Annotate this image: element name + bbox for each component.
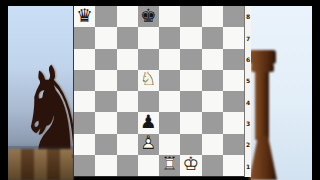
square-b5[interactable] (95, 70, 116, 91)
rank-coordinates: 87654321 (244, 6, 251, 177)
square-e3[interactable] (159, 112, 180, 133)
square-a5[interactable] (74, 70, 95, 91)
square-b4[interactable] (95, 91, 116, 112)
square-a1[interactable] (74, 155, 95, 176)
square-e4[interactable] (159, 91, 180, 112)
square-b2[interactable] (95, 134, 116, 155)
square-b3[interactable] (95, 112, 116, 133)
rank-label-3: 3 (245, 113, 251, 134)
square-e7[interactable] (159, 27, 180, 48)
square-a4[interactable] (74, 91, 95, 112)
square-c3[interactable] (117, 112, 138, 133)
square-d4[interactable] (138, 91, 159, 112)
letterbox-top (0, 0, 320, 6)
black-queen[interactable]: ♛ (74, 6, 95, 27)
square-a7[interactable] (74, 27, 95, 48)
square-c5[interactable] (117, 70, 138, 91)
rank-label-8: 8 (245, 6, 251, 27)
square-h5[interactable] (223, 70, 244, 91)
square-g8[interactable] (202, 6, 223, 27)
square-c6[interactable] (117, 49, 138, 70)
square-f4[interactable] (180, 91, 201, 112)
white-pawn[interactable]: ♟♙ (138, 134, 159, 155)
video-frame: ♞ ♛♚♞♘♟♟♙♜♖♚♔ 87654321 (0, 0, 320, 180)
square-d1[interactable] (138, 155, 159, 176)
square-d7[interactable] (138, 27, 159, 48)
square-g5[interactable] (202, 70, 223, 91)
letterbox-right (312, 0, 320, 180)
square-h1[interactable] (223, 155, 244, 176)
square-f7[interactable] (180, 27, 201, 48)
square-g2[interactable] (202, 134, 223, 155)
square-b6[interactable] (95, 49, 116, 70)
rook-statue-base (249, 136, 277, 180)
rook-statue (251, 6, 312, 180)
square-d2[interactable]: ♟♙ (138, 134, 159, 155)
square-c7[interactable] (117, 27, 138, 48)
rank-label-6: 6 (245, 49, 251, 70)
square-d8[interactable]: ♚ (138, 6, 159, 27)
square-h6[interactable] (223, 49, 244, 70)
square-e8[interactable] (159, 6, 180, 27)
rank-label-4: 4 (245, 92, 251, 113)
square-a6[interactable] (74, 49, 95, 70)
square-f8[interactable] (180, 6, 201, 27)
wooden-board-shadow (8, 146, 73, 180)
rank-label-7: 7 (245, 27, 251, 48)
square-h8[interactable] (223, 6, 244, 27)
black-pawn[interactable]: ♟ (138, 112, 159, 133)
square-h7[interactable] (223, 27, 244, 48)
square-g1[interactable] (202, 155, 223, 176)
square-c2[interactable] (117, 134, 138, 155)
rank-label-5: 5 (245, 70, 251, 91)
square-c4[interactable] (117, 91, 138, 112)
square-g7[interactable] (202, 27, 223, 48)
square-f6[interactable] (180, 49, 201, 70)
rook-statue-head (249, 50, 276, 64)
rank-label-2: 2 (245, 134, 251, 155)
square-g4[interactable] (202, 91, 223, 112)
photo-backdrop-left: ♞ (8, 6, 73, 180)
square-f5[interactable] (180, 70, 201, 91)
letterbox-left (0, 0, 8, 180)
square-d3[interactable]: ♟ (138, 112, 159, 133)
square-b7[interactable] (95, 27, 116, 48)
square-f2[interactable] (180, 134, 201, 155)
square-c1[interactable] (117, 155, 138, 176)
rook-statue-collar (251, 64, 274, 72)
rank-label-1: 1 (245, 156, 251, 177)
square-e1[interactable]: ♜♖ (159, 155, 180, 176)
square-g6[interactable] (202, 49, 223, 70)
square-d5[interactable]: ♞♘ (138, 70, 159, 91)
square-b1[interactable] (95, 155, 116, 176)
square-f3[interactable] (180, 112, 201, 133)
square-a8[interactable]: ♛ (74, 6, 95, 27)
square-a3[interactable] (74, 112, 95, 133)
square-d6[interactable] (138, 49, 159, 70)
square-a2[interactable] (74, 134, 95, 155)
white-knight[interactable]: ♞♘ (138, 70, 159, 91)
black-king[interactable]: ♚ (138, 6, 159, 27)
rook-statue-neck (255, 72, 269, 140)
square-b8[interactable] (95, 6, 116, 27)
square-f1[interactable]: ♚♔ (180, 155, 201, 176)
photo-backdrop-right (251, 6, 312, 180)
square-h3[interactable] (223, 112, 244, 133)
white-king[interactable]: ♚♔ (180, 155, 201, 176)
chess-board: ♛♚♞♘♟♟♙♜♖♚♔ (73, 6, 244, 177)
square-e6[interactable] (159, 49, 180, 70)
square-h4[interactable] (223, 91, 244, 112)
square-g3[interactable] (202, 112, 223, 133)
square-e5[interactable] (159, 70, 180, 91)
square-c8[interactable] (117, 6, 138, 27)
square-h2[interactable] (223, 134, 244, 155)
square-e2[interactable] (159, 134, 180, 155)
white-rook[interactable]: ♜♖ (159, 155, 180, 176)
